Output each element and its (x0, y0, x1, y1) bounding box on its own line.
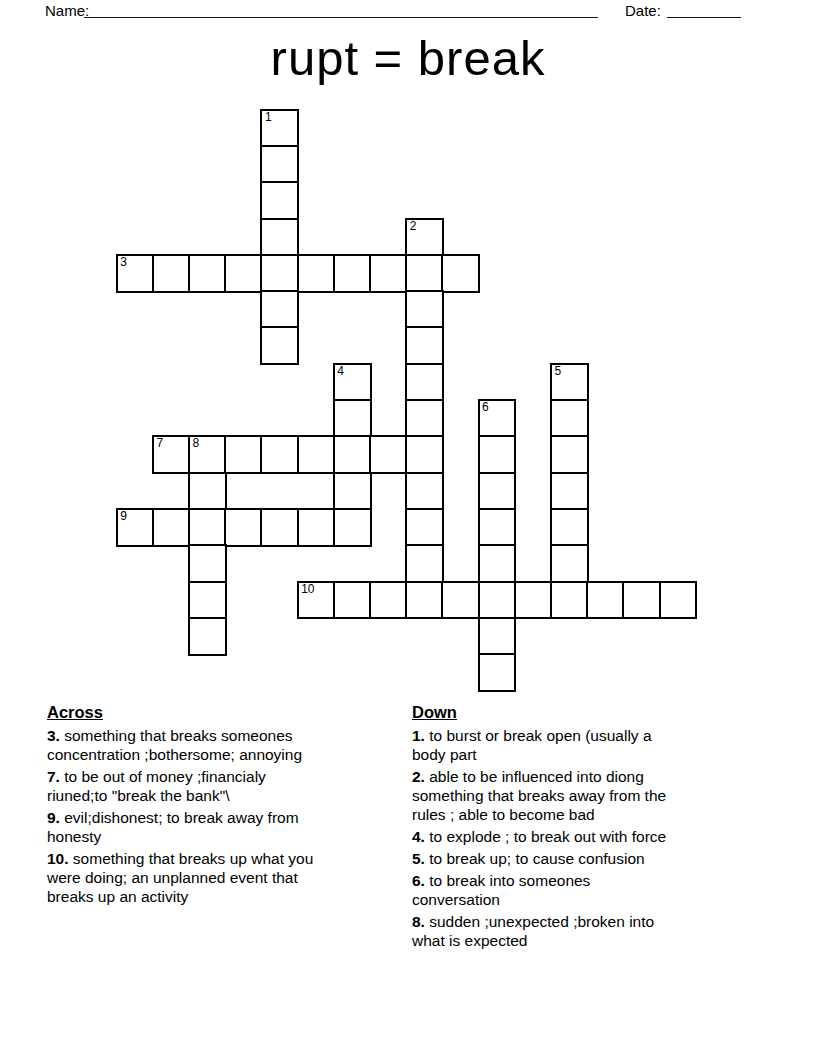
crossword-cell[interactable] (260, 326, 299, 365)
crossword-cell[interactable] (405, 399, 444, 438)
clue-number: 6 (482, 401, 489, 414)
crossword-cell[interactable] (369, 254, 408, 293)
clue-number-label: 7. (47, 768, 60, 785)
crossword-cell[interactable] (441, 581, 480, 620)
clue-number-label: 2. (412, 768, 425, 785)
crossword-cell[interactable] (550, 399, 589, 438)
crossword-cell[interactable] (405, 581, 444, 620)
worksheet-page: Name: Date: rupt = break 12345678910 Acr… (0, 0, 816, 1056)
across-clue: 10. something that breaks up what youwer… (47, 849, 407, 906)
across-heading: Across (47, 702, 407, 722)
clue-number: 4 (337, 365, 344, 378)
crossword-cell[interactable] (550, 581, 589, 620)
crossword-cell[interactable] (478, 472, 517, 511)
clue-number: 7 (156, 437, 163, 450)
crossword-cell[interactable] (188, 472, 227, 511)
across-clue: 9. evil;dishonest; to break away fromhon… (47, 808, 407, 846)
crossword-cell[interactable] (188, 544, 227, 583)
down-clue: 6. to break into someonesconversation (412, 871, 772, 909)
clue-number: 10 (301, 583, 314, 596)
crossword-cell[interactable]: 1 (260, 109, 299, 148)
crossword-cell[interactable] (260, 508, 299, 547)
across-clue: 7. to be out of money ;financialyriuned;… (47, 767, 407, 805)
clue-number-label: 8. (412, 913, 425, 930)
crossword-cell[interactable] (260, 218, 299, 257)
crossword-cell[interactable] (333, 399, 372, 438)
down-clue-list: 1. to burst or break open (usually abody… (412, 726, 772, 950)
crossword-cell[interactable] (224, 435, 263, 474)
crossword-cell[interactable] (224, 508, 263, 547)
crossword-cell[interactable] (297, 508, 336, 547)
across-clue: 3. something that breaks someonesconcent… (47, 726, 407, 764)
down-clue: 1. to burst or break open (usually abody… (412, 726, 772, 764)
crossword-cell[interactable] (369, 435, 408, 474)
clue-number: 8 (193, 437, 200, 450)
crossword-cell[interactable]: 6 (478, 399, 517, 438)
down-clue: 4. to explode ; to break out with force (412, 827, 772, 846)
crossword-cell[interactable]: 8 (188, 435, 227, 474)
clue-number: 1 (265, 111, 272, 124)
crossword-cell[interactable] (260, 254, 299, 293)
crossword-cell[interactable] (188, 508, 227, 547)
crossword-cell[interactable]: 3 (116, 254, 155, 293)
crossword-cell[interactable] (333, 254, 372, 293)
crossword-cell[interactable] (622, 581, 661, 620)
crossword-cell[interactable] (333, 435, 372, 474)
crossword-cell[interactable] (405, 290, 444, 329)
crossword-cell[interactable] (260, 435, 299, 474)
crossword-grid: 12345678910 (117, 110, 696, 691)
crossword-cell[interactable]: 7 (152, 435, 191, 474)
crossword-cell[interactable]: 2 (405, 218, 444, 257)
crossword-cell[interactable] (550, 472, 589, 511)
crossword-cell[interactable] (333, 472, 372, 511)
name-blank-line[interactable] (84, 16, 598, 18)
crossword-cell[interactable] (224, 254, 263, 293)
crossword-cell[interactable] (405, 326, 444, 365)
crossword-cell[interactable]: 9 (116, 508, 155, 547)
name-label: Name: (45, 2, 89, 19)
crossword-cell[interactable]: 10 (297, 581, 336, 620)
crossword-cell[interactable] (659, 581, 698, 620)
crossword-cell[interactable] (550, 544, 589, 583)
clue-number-label: 1. (412, 727, 425, 744)
clue-number-label: 6. (412, 872, 425, 889)
down-clue: 8. sudden ;unexpected ;broken intowhat i… (412, 912, 772, 950)
crossword-cell[interactable] (405, 435, 444, 474)
down-clue: 5. to break up; to cause confusion (412, 849, 772, 868)
crossword-cell[interactable] (369, 581, 408, 620)
crossword-cell[interactable] (514, 581, 553, 620)
crossword-cell[interactable] (550, 508, 589, 547)
crossword-cell[interactable] (405, 254, 444, 293)
date-blank-line[interactable] (667, 16, 741, 18)
crossword-cell[interactable] (333, 508, 372, 547)
down-heading: Down (412, 702, 772, 722)
down-clues-column: Down 1. to burst or break open (usually … (412, 702, 772, 953)
crossword-cell[interactable]: 4 (333, 363, 372, 402)
crossword-cell[interactable] (260, 145, 299, 184)
clue-number-label: 5. (412, 850, 425, 867)
crossword-cell[interactable] (478, 544, 517, 583)
clue-number: 3 (120, 256, 127, 269)
crossword-cell[interactable] (478, 581, 517, 620)
crossword-cell[interactable] (441, 254, 480, 293)
crossword-cell[interactable] (405, 363, 444, 402)
crossword-cell[interactable] (297, 435, 336, 474)
crossword-cell[interactable] (188, 254, 227, 293)
across-clue-list: 3. something that breaks someonesconcent… (47, 726, 407, 906)
crossword-cell[interactable] (188, 581, 227, 620)
crossword-cell[interactable] (550, 435, 589, 474)
clue-number-label: 10. (47, 850, 69, 867)
crossword-cell[interactable] (405, 472, 444, 511)
date-label: Date: (625, 2, 661, 19)
down-clue: 2. able to be influenced into diongsomet… (412, 767, 772, 824)
clue-number-label: 9. (47, 809, 60, 826)
crossword-cell[interactable] (260, 181, 299, 220)
crossword-cell[interactable] (405, 508, 444, 547)
clue-number-label: 4. (412, 828, 425, 845)
crossword-cell[interactable] (586, 581, 625, 620)
across-clues-column: Across 3. something that breaks someones… (47, 702, 407, 909)
crossword-cell[interactable]: 5 (550, 363, 589, 402)
crossword-cell[interactable] (478, 653, 517, 692)
crossword-cell[interactable] (478, 508, 517, 547)
crossword-cell[interactable] (478, 617, 517, 656)
clue-number: 9 (120, 510, 127, 523)
crossword-cell[interactable] (260, 290, 299, 329)
crossword-cell[interactable] (188, 617, 227, 656)
crossword-cell[interactable] (297, 254, 336, 293)
crossword-cell[interactable] (478, 435, 517, 474)
crossword-cell[interactable] (152, 508, 191, 547)
crossword-cell[interactable] (333, 581, 372, 620)
clue-number: 2 (410, 220, 417, 233)
crossword-cell[interactable] (405, 544, 444, 583)
crossword-cell[interactable] (152, 254, 191, 293)
clue-number: 5 (554, 365, 561, 378)
clue-number-label: 3. (47, 727, 60, 744)
puzzle-title: rupt = break (0, 34, 816, 83)
